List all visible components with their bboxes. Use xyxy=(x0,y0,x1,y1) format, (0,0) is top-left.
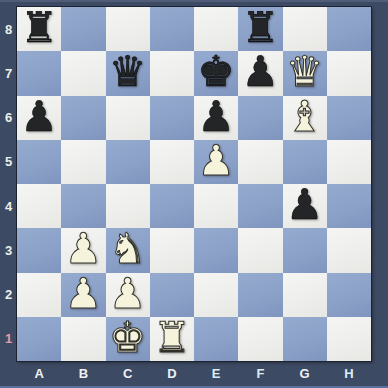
white-queen[interactable]: ♛ xyxy=(286,51,324,93)
square-g6[interactable]: ♝ xyxy=(283,96,327,140)
rank-label-2: 2 xyxy=(0,273,17,317)
square-b2[interactable]: ♟ xyxy=(61,273,105,317)
square-f1[interactable] xyxy=(238,317,282,361)
square-b6[interactable] xyxy=(61,96,105,140)
square-d2[interactable] xyxy=(150,273,194,317)
square-g8[interactable] xyxy=(283,7,327,51)
chess-board-frame: 87654321 ♜♜♛♚♟♛♟♟♝♟♟♟♞♟♟♚♜ ABCDEFGH xyxy=(0,0,388,388)
file-label-g: G xyxy=(283,362,327,385)
square-h8[interactable] xyxy=(327,7,371,51)
square-b4[interactable] xyxy=(61,184,105,228)
square-f7[interactable]: ♟ xyxy=(238,51,282,95)
square-c2[interactable]: ♟ xyxy=(106,273,150,317)
black-rook[interactable]: ♜ xyxy=(242,7,280,49)
square-d7[interactable] xyxy=(150,51,194,95)
black-pawn[interactable]: ♟ xyxy=(20,96,58,138)
square-b5[interactable] xyxy=(61,140,105,184)
white-bishop[interactable]: ♝ xyxy=(286,96,324,138)
square-f6[interactable] xyxy=(238,96,282,140)
white-pawn[interactable]: ♟ xyxy=(109,273,147,315)
file-labels: ABCDEFGH xyxy=(17,362,371,385)
black-pawn[interactable]: ♟ xyxy=(197,96,235,138)
square-g7[interactable]: ♛ xyxy=(283,51,327,95)
rank-label-4: 4 xyxy=(0,184,17,228)
square-a5[interactable] xyxy=(17,140,61,184)
square-c7[interactable]: ♛ xyxy=(106,51,150,95)
square-c6[interactable] xyxy=(106,96,150,140)
square-g1[interactable] xyxy=(283,317,327,361)
square-a6[interactable]: ♟ xyxy=(17,96,61,140)
black-pawn[interactable]: ♟ xyxy=(286,184,324,226)
square-e3[interactable] xyxy=(194,228,238,272)
square-e8[interactable] xyxy=(194,7,238,51)
white-pawn[interactable]: ♟ xyxy=(65,228,103,270)
square-b3[interactable]: ♟ xyxy=(61,228,105,272)
square-h7[interactable] xyxy=(327,51,371,95)
black-king[interactable]: ♚ xyxy=(197,51,235,93)
rank-label-5: 5 xyxy=(0,140,17,184)
square-d8[interactable] xyxy=(150,7,194,51)
square-a1[interactable] xyxy=(17,317,61,361)
white-king[interactable]: ♚ xyxy=(109,317,147,359)
black-rook[interactable]: ♜ xyxy=(20,7,58,49)
square-b8[interactable] xyxy=(61,7,105,51)
square-g5[interactable] xyxy=(283,140,327,184)
black-queen[interactable]: ♛ xyxy=(109,51,147,93)
square-a4[interactable] xyxy=(17,184,61,228)
square-d5[interactable] xyxy=(150,140,194,184)
square-h3[interactable] xyxy=(327,228,371,272)
square-h2[interactable] xyxy=(327,273,371,317)
white-knight[interactable]: ♞ xyxy=(109,228,147,270)
square-e1[interactable] xyxy=(194,317,238,361)
white-pawn[interactable]: ♟ xyxy=(197,140,235,182)
square-e5[interactable]: ♟ xyxy=(194,140,238,184)
rank-label-7: 7 xyxy=(0,51,17,95)
square-c8[interactable] xyxy=(106,7,150,51)
file-label-h: H xyxy=(327,362,371,385)
square-e2[interactable] xyxy=(194,273,238,317)
rank-label-6: 6 xyxy=(0,96,17,140)
square-e6[interactable]: ♟ xyxy=(194,96,238,140)
square-g3[interactable] xyxy=(283,228,327,272)
square-g4[interactable]: ♟ xyxy=(283,184,327,228)
square-h5[interactable] xyxy=(327,140,371,184)
board: ♜♜♛♚♟♛♟♟♝♟♟♟♞♟♟♚♜ xyxy=(17,7,371,361)
rank-label-3: 3 xyxy=(0,228,17,272)
square-c5[interactable] xyxy=(106,140,150,184)
square-f3[interactable] xyxy=(238,228,282,272)
square-c3[interactable]: ♞ xyxy=(106,228,150,272)
white-pawn[interactable]: ♟ xyxy=(65,273,103,315)
square-g2[interactable] xyxy=(283,273,327,317)
square-e4[interactable] xyxy=(194,184,238,228)
white-rook[interactable]: ♜ xyxy=(153,317,191,359)
square-d3[interactable] xyxy=(150,228,194,272)
square-f4[interactable] xyxy=(238,184,282,228)
square-a3[interactable] xyxy=(17,228,61,272)
rank-labels: 87654321 xyxy=(0,7,17,361)
square-a7[interactable] xyxy=(17,51,61,95)
square-c1[interactable]: ♚ xyxy=(106,317,150,361)
square-e7[interactable]: ♚ xyxy=(194,51,238,95)
rank-label-8: 8 xyxy=(0,7,17,51)
square-f5[interactable] xyxy=(238,140,282,184)
square-d1[interactable]: ♜ xyxy=(150,317,194,361)
square-b1[interactable] xyxy=(61,317,105,361)
square-d4[interactable] xyxy=(150,184,194,228)
black-pawn[interactable]: ♟ xyxy=(242,51,280,93)
square-h4[interactable] xyxy=(327,184,371,228)
file-label-a: A xyxy=(17,362,61,385)
square-c4[interactable] xyxy=(106,184,150,228)
square-f8[interactable]: ♜ xyxy=(238,7,282,51)
rank-label-1: 1 xyxy=(0,317,17,361)
square-b7[interactable] xyxy=(61,51,105,95)
file-label-f: F xyxy=(238,362,282,385)
square-a8[interactable]: ♜ xyxy=(17,7,61,51)
square-f2[interactable] xyxy=(238,273,282,317)
square-h1[interactable] xyxy=(327,317,371,361)
file-label-c: C xyxy=(106,362,150,385)
file-label-b: B xyxy=(61,362,105,385)
square-a2[interactable] xyxy=(17,273,61,317)
file-label-e: E xyxy=(194,362,238,385)
square-h6[interactable] xyxy=(327,96,371,140)
file-label-d: D xyxy=(150,362,194,385)
square-d6[interactable] xyxy=(150,96,194,140)
